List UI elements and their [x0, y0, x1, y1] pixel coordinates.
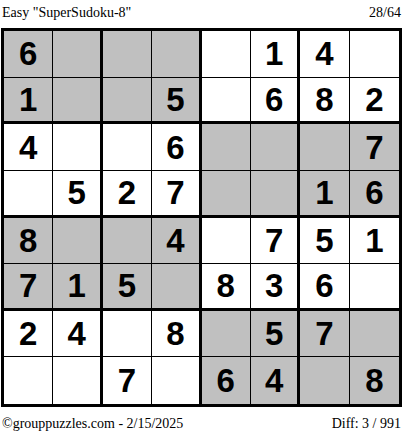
cell-r4c5[interactable]	[202, 171, 251, 218]
cell-r4c4[interactable]: 7	[152, 171, 201, 218]
cell-r5c8[interactable]: 1	[350, 218, 399, 265]
cell-r1c7[interactable]: 4	[300, 31, 349, 78]
footer-difficulty: Diff: 3 / 991	[332, 416, 401, 431]
cell-r2c7[interactable]: 8	[300, 78, 349, 125]
cell-r7c8[interactable]	[350, 311, 399, 358]
cell-r6c5[interactable]: 8	[202, 264, 251, 311]
cell-r7c5[interactable]	[202, 311, 251, 358]
cell-r2c5[interactable]	[202, 78, 251, 125]
cell-r8c2[interactable]	[53, 357, 102, 404]
cell-r5c1[interactable]: 8	[4, 218, 53, 265]
cell-r4c1[interactable]	[4, 171, 53, 218]
cell-r3c4[interactable]: 6	[152, 124, 201, 171]
cell-r7c7[interactable]: 7	[300, 311, 349, 358]
cell-r1c6[interactable]: 1	[251, 31, 300, 78]
cell-r5c7[interactable]: 5	[300, 218, 349, 265]
cell-r8c6[interactable]: 4	[251, 357, 300, 404]
page-title: Easy "SuperSudoku-8"	[2, 5, 131, 20]
cell-r2c1[interactable]: 1	[4, 78, 53, 125]
cell-r4c2[interactable]: 5	[53, 171, 102, 218]
cell-r5c3[interactable]	[103, 218, 152, 265]
board: 614156824675271684751715836248577648	[1, 28, 402, 407]
cell-r4c8[interactable]: 6	[350, 171, 399, 218]
cell-r6c6[interactable]: 3	[251, 264, 300, 311]
footer-copyright: ©grouppuzzles.com - 2/15/2025	[2, 416, 183, 431]
cell-r8c1[interactable]	[4, 357, 53, 404]
cell-r6c1[interactable]: 7	[4, 264, 53, 311]
cell-r2c4[interactable]: 5	[152, 78, 201, 125]
cell-r2c2[interactable]	[53, 78, 102, 125]
cell-r1c1[interactable]: 6	[4, 31, 53, 78]
cell-r3c2[interactable]	[53, 124, 102, 171]
cell-r3c3[interactable]	[103, 124, 152, 171]
footer: ©grouppuzzles.com - 2/15/2025 Diff: 3 / …	[0, 407, 403, 437]
cell-r3c1[interactable]: 4	[4, 124, 53, 171]
cell-r8c4[interactable]	[152, 357, 201, 404]
cell-r8c5[interactable]: 6	[202, 357, 251, 404]
cell-r1c8[interactable]	[350, 31, 399, 78]
cell-r6c3[interactable]: 5	[103, 264, 152, 311]
cell-r3c5[interactable]	[202, 124, 251, 171]
cell-r7c6[interactable]: 5	[251, 311, 300, 358]
cell-r7c3[interactable]	[103, 311, 152, 358]
cell-r5c5[interactable]	[202, 218, 251, 265]
cell-r6c7[interactable]: 6	[300, 264, 349, 311]
cell-r1c5[interactable]	[202, 31, 251, 78]
cell-r3c6[interactable]	[251, 124, 300, 171]
cell-r4c6[interactable]	[251, 171, 300, 218]
cell-r1c2[interactable]	[53, 31, 102, 78]
cell-r8c3[interactable]: 7	[103, 357, 152, 404]
cell-r8c7[interactable]	[300, 357, 349, 404]
cell-r7c4[interactable]: 8	[152, 311, 201, 358]
given-counter: 28/64	[369, 5, 401, 20]
cell-r5c6[interactable]: 7	[251, 218, 300, 265]
cell-r5c2[interactable]	[53, 218, 102, 265]
cell-r8c8[interactable]: 8	[350, 357, 399, 404]
cell-r2c8[interactable]: 2	[350, 78, 399, 125]
cell-r7c2[interactable]: 4	[53, 311, 102, 358]
cell-r1c4[interactable]	[152, 31, 201, 78]
cell-r6c2[interactable]: 1	[53, 264, 102, 311]
cell-r7c1[interactable]: 2	[4, 311, 53, 358]
cell-r3c7[interactable]	[300, 124, 349, 171]
cell-r4c3[interactable]: 2	[103, 171, 152, 218]
cell-r2c6[interactable]: 6	[251, 78, 300, 125]
header: Easy "SuperSudoku-8" 28/64	[0, 0, 403, 28]
cell-r6c4[interactable]	[152, 264, 201, 311]
cell-r5c4[interactable]: 4	[152, 218, 201, 265]
cell-r3c8[interactable]: 7	[350, 124, 399, 171]
cell-r1c3[interactable]	[103, 31, 152, 78]
cell-r4c7[interactable]: 1	[300, 171, 349, 218]
cell-r6c8[interactable]	[350, 264, 399, 311]
cell-r2c3[interactable]	[103, 78, 152, 125]
